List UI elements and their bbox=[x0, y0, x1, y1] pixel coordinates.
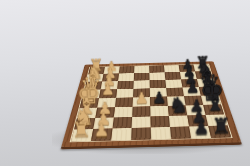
square-d2: ♟ bbox=[99, 89, 117, 98]
piece-white-rook: ♜ bbox=[71, 119, 91, 141]
square-g2: ♟ bbox=[93, 117, 113, 129]
square-f5 bbox=[150, 106, 169, 117]
chess-board: ♜♟♟♜♞♟♟♞♝♟♟♝♛♟♟♛♚♟♟♚♝♟♞♟♝♞♟♟♜♟♟♜ bbox=[61, 61, 241, 147]
piece-white-rook: ♜ bbox=[88, 57, 103, 74]
square-d8: ♛ bbox=[199, 87, 218, 96]
square-f6: ♞ bbox=[168, 105, 187, 116]
square-g1: ♞ bbox=[74, 118, 95, 130]
square-c5 bbox=[150, 80, 167, 88]
square-b4 bbox=[134, 73, 150, 81]
square-c2: ♟ bbox=[101, 81, 118, 90]
square-f8: ♝ bbox=[203, 105, 224, 116]
square-e8: ♚ bbox=[201, 95, 221, 105]
square-h3 bbox=[111, 128, 132, 141]
square-g6 bbox=[169, 116, 189, 127]
square-e4: ♟ bbox=[133, 97, 151, 107]
piece-white-pawn: ♟ bbox=[105, 60, 117, 74]
square-g3 bbox=[112, 117, 132, 129]
square-h6 bbox=[170, 126, 191, 138]
square-f4 bbox=[132, 106, 150, 117]
square-e2 bbox=[97, 98, 116, 108]
square-e3 bbox=[115, 97, 133, 107]
square-d7: ♟ bbox=[183, 87, 201, 96]
piece-black-pawn: ♟ bbox=[181, 58, 193, 72]
square-h2: ♟ bbox=[91, 128, 112, 141]
piece-white-pawn: ♟ bbox=[97, 101, 112, 118]
square-h8: ♜ bbox=[208, 125, 231, 137]
square-c3 bbox=[117, 81, 134, 90]
square-f2: ♟ bbox=[95, 107, 115, 118]
photo-backdrop: ♜♟♟♜♞♟♟♞♝♟♟♝♛♟♟♛♚♟♟♚♝♟♞♟♝♞♟♟♜♟♟♜ bbox=[0, 0, 250, 166]
board-inlay-line: ♜♟♟♜♞♟♟♞♝♟♟♝♛♟♟♛♚♟♟♚♝♟♞♟♝♞♟♟♜♟♟♜ bbox=[70, 64, 233, 143]
square-e6 bbox=[167, 96, 186, 106]
square-g4 bbox=[132, 116, 151, 127]
piece-black-rook: ♜ bbox=[195, 55, 210, 72]
square-f1: ♝ bbox=[77, 108, 97, 119]
square-g8 bbox=[206, 115, 228, 126]
square-e1: ♚ bbox=[80, 98, 99, 108]
square-h4 bbox=[131, 127, 151, 140]
square-e5: ♟ bbox=[150, 97, 168, 107]
piece-black-pawn: ♟ bbox=[152, 90, 166, 106]
board-grid: ♜♟♟♜♞♟♟♞♝♟♟♝♛♟♟♛♚♟♟♚♝♟♞♟♝♞♟♟♜♟♟♜ bbox=[71, 64, 231, 141]
square-h5 bbox=[151, 127, 171, 139]
square-g5 bbox=[151, 116, 170, 127]
square-f3 bbox=[114, 107, 133, 118]
square-d4 bbox=[133, 88, 150, 97]
square-h1: ♜ bbox=[71, 129, 93, 142]
